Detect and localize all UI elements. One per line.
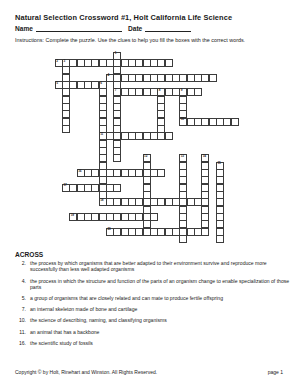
grid-cell-r10c1[interactable] [62, 125, 70, 133]
across-clue-7: 7.an internal skeleton made of bone and … [13, 306, 290, 312]
clue-list-text: the process by which organisms that are … [30, 260, 290, 273]
grid-cell-r24c20[interactable] [201, 228, 209, 236]
grid-cell-r16c5[interactable] [91, 169, 99, 177]
clue-number-6: 6 [100, 82, 102, 86]
grid-cell-r16c14[interactable] [157, 169, 165, 177]
clue-number-13: 13 [181, 155, 184, 159]
clue-list-number: 10. [13, 317, 30, 323]
across-clue-2: 2.the process by which organisms that ar… [13, 260, 290, 273]
page-title: Natural Selection Crossword #1, Holt Cal… [15, 13, 232, 22]
clue-list-text: the science of describing, naming, and c… [30, 317, 290, 323]
across-clue-10: 10.the science of describing, naming, an… [13, 317, 290, 323]
grid-cell-r22c13[interactable] [150, 213, 158, 221]
clue-list-text: an animal that has a backbone [30, 329, 290, 335]
grid-cell-r24c16[interactable] [172, 228, 180, 236]
grid-cell-r24c19[interactable] [194, 228, 202, 236]
clue-number-3: 3 [63, 60, 65, 64]
instructions-text: Instructions: Complete the puzzle. Use t… [15, 37, 245, 43]
clue-number-12: 12 [144, 155, 147, 159]
date-blank[interactable] [145, 25, 191, 32]
clue-number-11: 11 [100, 133, 103, 137]
clue-number-7: 7 [115, 89, 117, 93]
clue-number-18: 18 [100, 199, 103, 203]
clue-number-10: 10 [181, 118, 184, 122]
clue-list-text: the scientific study of fossils [30, 340, 290, 346]
across-header: ACROSS [15, 251, 43, 258]
clue-number-20: 20 [107, 228, 110, 232]
grid-cell-r22c11[interactable] [135, 213, 143, 221]
clue-number-5: 5 [56, 82, 58, 86]
grid-cell-r14c8[interactable] [113, 154, 121, 162]
grid-cell-r25c17[interactable] [179, 235, 187, 243]
clue-number-16: 16 [78, 170, 81, 174]
grid-cell-r11c15[interactable] [165, 132, 173, 140]
grid-cell-r20c16[interactable] [172, 198, 180, 206]
grid-cell-r1c7[interactable] [106, 59, 114, 67]
name-label: Name [15, 25, 33, 32]
clue-number-17: 17 [63, 184, 66, 188]
clue-list-text: the process in which the structure and f… [30, 278, 290, 291]
clue-number-19: 19 [71, 214, 74, 218]
across-clue-11: 11.an animal that has a backbone [13, 329, 290, 335]
grid-cell-r18c8[interactable] [113, 184, 121, 192]
grid-cell-r25c22[interactable] [216, 235, 224, 243]
clue-number-1: 1 [115, 52, 117, 56]
clue-number-14: 14 [203, 155, 206, 159]
grid-cell-r1c15[interactable] [165, 59, 173, 67]
clue-list-number: 7. [13, 306, 30, 312]
across-clue-16: 16.the scientific study of fossils [13, 340, 290, 346]
grid-cell-r18c5[interactable] [91, 184, 99, 192]
grid-cell-r9c24[interactable] [231, 118, 239, 126]
clue-list-number: 16. [13, 340, 30, 346]
clue-list-number: 5. [13, 295, 30, 301]
clue-list-number: 2. [13, 260, 30, 273]
across-clues: 2.the process by which organisms that ar… [13, 260, 290, 351]
grid-cell-r3c21[interactable] [209, 74, 217, 82]
clue-list-number: 4. [13, 278, 30, 291]
grid-cell-r11c13[interactable] [150, 132, 158, 140]
grid-cell-r16c11[interactable] [135, 169, 143, 177]
name-blank[interactable] [36, 25, 122, 32]
grid-cell-r11c7[interactable] [106, 132, 114, 140]
clue-list-number: 11. [13, 329, 30, 335]
clue-number-8: 8 [159, 89, 161, 93]
copyright-text: Copyright © by Holt, Rinehart and Winsto… [15, 369, 157, 375]
clue-list-text: an internal skeleton made of bone and ca… [30, 306, 290, 312]
name-date-line: NameDate [15, 25, 191, 32]
grid-cell-r20c19[interactable] [194, 198, 202, 206]
clue-number-9: 9 [181, 89, 183, 93]
grid-cell-r5c19[interactable] [194, 88, 202, 96]
grid-cell-r3c7[interactable]: 4 [106, 74, 114, 82]
date-label: Date [128, 25, 142, 32]
page-number: page 1 [268, 369, 283, 375]
crossword-grid: 1723456111889101213141516171920 [55, 52, 241, 244]
grid-cell-r4c0[interactable]: 5 [55, 81, 63, 89]
across-clue-5: 5.a group of organisms that are closely … [13, 295, 290, 301]
grid-cell-r20c11[interactable] [135, 198, 143, 206]
clue-number-15: 15 [217, 162, 220, 166]
page-footer: Copyright © by Holt, Rinehart and Winsto… [15, 369, 283, 375]
clue-number-2: 2 [56, 60, 58, 64]
clue-list-text: a group of organisms that are closely re… [30, 295, 290, 301]
across-clue-4: 4.the process in which the structure and… [13, 278, 290, 291]
clue-number-4: 4 [107, 74, 109, 78]
